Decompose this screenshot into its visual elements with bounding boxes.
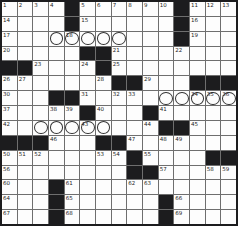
white-cell-r7c14[interactable]: 35	[206, 91, 221, 105]
white-cell-r10c13[interactable]	[190, 136, 205, 150]
white-cell-r1c2[interactable]: 2	[18, 2, 33, 16]
white-cell-r10c12[interactable]: 49	[174, 136, 189, 150]
clue-number: 24	[81, 61, 88, 67]
clue-number: 50	[3, 151, 10, 157]
white-cell-r9c2[interactable]	[18, 121, 33, 135]
white-cell-r3c14[interactable]	[206, 32, 221, 46]
white-cell-r6c7[interactable]: 28	[96, 76, 111, 90]
white-cell-r14c9[interactable]	[127, 195, 142, 209]
white-cell-r7c1[interactable]: 30	[2, 91, 17, 105]
white-cell-r1c3[interactable]: 3	[33, 2, 48, 16]
clue-number: 42	[3, 121, 10, 127]
white-cell-r9c13[interactable]: 45	[190, 121, 205, 135]
white-cell-r13c2[interactable]	[18, 180, 33, 194]
white-cell-r13c11[interactable]	[159, 180, 174, 194]
white-cell-r9c3[interactable]	[33, 121, 48, 135]
white-cell-r8c12[interactable]	[174, 106, 189, 120]
white-cell-r7c13[interactable]: 34	[190, 91, 205, 105]
white-cell-r4c10[interactable]	[143, 47, 158, 61]
black-cell-r1c12	[174, 2, 189, 16]
white-cell-r11c3[interactable]: 52	[33, 151, 48, 165]
black-cell-r11c14	[206, 151, 221, 165]
white-cell-r15c13[interactable]	[190, 210, 205, 224]
black-cell-r5c1	[2, 61, 17, 75]
white-cell-r5c12[interactable]	[174, 61, 189, 75]
white-cell-r2c4[interactable]	[49, 17, 64, 31]
white-cell-r13c13[interactable]	[190, 180, 205, 194]
white-cell-r9c15[interactable]	[221, 121, 236, 135]
clue-number: 49	[175, 136, 182, 142]
white-cell-r13c1[interactable]: 60	[2, 180, 17, 194]
white-cell-r8c4[interactable]: 38	[49, 106, 64, 120]
clue-number: 64	[3, 195, 10, 201]
circle-marker	[34, 121, 48, 134]
white-cell-r12c11[interactable]: 57	[159, 166, 174, 180]
black-cell-r12c9	[127, 166, 142, 180]
clue-number: 54	[113, 151, 120, 157]
white-cell-r7c6[interactable]: 31	[80, 91, 95, 105]
white-cell-r14c12[interactable]: 66	[174, 195, 189, 209]
white-cell-r11c6[interactable]	[80, 151, 95, 165]
clue-number: 13	[222, 2, 229, 8]
white-cell-r6c5[interactable]	[65, 76, 80, 90]
white-cell-r13c7[interactable]	[96, 180, 111, 194]
circle-marker	[175, 92, 189, 105]
white-cell-r2c13[interactable]: 16	[190, 17, 205, 31]
black-cell-r2c12	[174, 17, 189, 31]
white-cell-r6c2[interactable]: 27	[18, 76, 33, 90]
white-cell-r13c15[interactable]	[221, 180, 236, 194]
clue-number: 68	[66, 210, 73, 216]
white-cell-r2c11[interactable]	[159, 17, 174, 31]
white-cell-r5c14[interactable]	[206, 61, 221, 75]
black-cell-r4c7	[96, 47, 111, 61]
white-cell-r15c1[interactable]: 67	[2, 210, 17, 224]
black-cell-r15c11	[159, 210, 174, 224]
clue-number: 2	[19, 2, 23, 8]
white-cell-r2c15[interactable]	[221, 17, 236, 31]
white-cell-r13c6[interactable]	[80, 180, 95, 194]
white-cell-r9c9[interactable]	[127, 121, 142, 135]
white-cell-r8c7[interactable]: 40	[96, 106, 111, 120]
white-cell-r13c8[interactable]	[112, 180, 127, 194]
white-cell-r11c8[interactable]: 54	[112, 151, 127, 165]
clue-number: 28	[97, 76, 104, 82]
black-cell-r6c9	[127, 76, 142, 90]
black-cell-r11c9	[127, 151, 142, 165]
white-cell-r1c11[interactable]: 10	[159, 2, 174, 16]
clue-number: 35	[207, 91, 214, 97]
white-cell-r4c9[interactable]	[127, 47, 142, 61]
white-cell-r11c5[interactable]	[65, 151, 80, 165]
clue-number: 19	[191, 32, 198, 38]
white-cell-r9c4[interactable]	[49, 121, 64, 135]
white-cell-r6c10[interactable]: 29	[143, 76, 158, 90]
clue-number: 3	[34, 2, 38, 8]
clue-number: 41	[160, 106, 167, 112]
black-cell-r10c7	[96, 136, 111, 150]
black-cell-r9c12	[174, 121, 189, 135]
white-cell-r8c11[interactable]: 41	[159, 106, 174, 120]
white-cell-r9c7[interactable]	[96, 121, 111, 135]
clue-number: 20	[3, 47, 10, 53]
white-cell-r3c11[interactable]	[159, 32, 174, 46]
white-cell-r14c13[interactable]	[190, 195, 205, 209]
white-cell-r15c10[interactable]	[143, 210, 158, 224]
white-cell-r6c3[interactable]	[33, 76, 48, 90]
white-cell-r12c8[interactable]	[112, 166, 127, 180]
white-cell-r2c2[interactable]	[18, 17, 33, 31]
white-cell-r14c7[interactable]	[96, 195, 111, 209]
white-cell-r14c3[interactable]	[33, 195, 48, 209]
white-cell-r8c2[interactable]	[18, 106, 33, 120]
circle-marker	[97, 32, 111, 45]
white-cell-r15c9[interactable]	[127, 210, 142, 224]
white-cell-r11c1[interactable]: 50	[2, 151, 17, 165]
white-cell-r5c8[interactable]: 25	[112, 61, 127, 75]
black-cell-r12c10	[143, 166, 158, 180]
white-cell-r11c7[interactable]: 53	[96, 151, 111, 165]
black-cell-r2c5	[65, 17, 80, 31]
white-cell-r12c6[interactable]	[80, 166, 95, 180]
white-cell-r1c6[interactable]: 5	[80, 2, 95, 16]
white-cell-r8c3[interactable]	[33, 106, 48, 120]
white-cell-r4c14[interactable]	[206, 47, 221, 61]
white-cell-r3c5[interactable]: 18	[65, 32, 80, 46]
white-cell-r10c5[interactable]	[65, 136, 80, 150]
black-cell-r7c5	[65, 91, 80, 105]
white-cell-r4c12[interactable]: 22	[174, 47, 189, 61]
white-cell-r12c7[interactable]	[96, 166, 111, 180]
white-cell-r5c15[interactable]	[221, 61, 236, 75]
white-cell-r15c7[interactable]	[96, 210, 111, 224]
black-cell-r13c4	[49, 180, 64, 194]
clue-number: 16	[191, 17, 198, 23]
clue-number: 23	[34, 61, 41, 67]
white-cell-r10c6[interactable]	[80, 136, 95, 150]
white-cell-r7c9[interactable]: 33	[127, 91, 142, 105]
white-cell-r13c9[interactable]: 62	[127, 180, 142, 194]
white-cell-r11c13[interactable]	[190, 151, 205, 165]
white-cell-r13c14[interactable]	[206, 180, 221, 194]
white-cell-r5c6[interactable]: 24	[80, 61, 95, 75]
white-cell-r3c13[interactable]: 19	[190, 32, 205, 46]
black-cell-r6c15	[221, 76, 236, 90]
clue-number: 61	[66, 180, 73, 186]
black-cell-r4c6	[80, 47, 95, 61]
white-cell-r14c14[interactable]	[206, 195, 221, 209]
clue-number: 51	[19, 151, 26, 157]
white-cell-r5c10[interactable]	[143, 61, 158, 75]
white-cell-r7c7[interactable]	[96, 91, 111, 105]
clue-number: 22	[175, 47, 182, 53]
white-cell-r7c10[interactable]	[143, 91, 158, 105]
circle-marker	[112, 32, 126, 45]
white-cell-r1c14[interactable]: 12	[206, 2, 221, 16]
white-cell-r12c12[interactable]	[174, 166, 189, 180]
white-cell-r6c4[interactable]	[49, 76, 64, 90]
clue-number: 59	[222, 166, 229, 172]
white-cell-r12c1[interactable]: 56	[2, 166, 17, 180]
white-cell-r9c8[interactable]	[112, 121, 127, 135]
white-cell-r5c9[interactable]	[127, 61, 142, 75]
clue-number: 30	[3, 91, 10, 97]
white-cell-r11c2[interactable]: 51	[18, 151, 33, 165]
black-cell-r6c8	[112, 76, 127, 90]
white-cell-r15c8[interactable]	[112, 210, 127, 224]
clue-number: 66	[175, 195, 182, 201]
white-cell-r3c15[interactable]	[221, 32, 236, 46]
circle-marker	[65, 121, 79, 134]
white-cell-r14c1[interactable]: 64	[2, 195, 17, 209]
black-cell-r10c3	[33, 136, 48, 150]
white-cell-r5c4[interactable]	[49, 61, 64, 75]
white-cell-r14c10[interactable]	[143, 195, 158, 209]
white-cell-r1c10[interactable]: 9	[143, 2, 158, 16]
white-cell-r1c15[interactable]: 13	[221, 2, 236, 16]
circle-marker	[159, 92, 173, 105]
clue-number: 62	[128, 180, 135, 186]
white-cell-r2c14[interactable]	[206, 17, 221, 31]
clue-number: 4	[50, 2, 54, 8]
white-cell-r15c2[interactable]	[18, 210, 33, 224]
black-cell-r8c10	[143, 106, 158, 120]
clue-number: 8	[128, 2, 132, 8]
white-cell-r3c7[interactable]	[96, 32, 111, 46]
white-cell-r14c6[interactable]	[80, 195, 95, 209]
white-cell-r13c5[interactable]: 61	[65, 180, 80, 194]
white-cell-r4c8[interactable]: 21	[112, 47, 127, 61]
white-cell-r15c6[interactable]	[80, 210, 95, 224]
white-cell-r5c5[interactable]	[65, 61, 80, 75]
white-cell-r1c8[interactable]: 7	[112, 2, 127, 16]
white-cell-r2c3[interactable]	[33, 17, 48, 31]
white-cell-r12c14[interactable]: 58	[206, 166, 221, 180]
white-cell-r6c11[interactable]	[159, 76, 174, 90]
white-cell-r10c15[interactable]	[221, 136, 236, 150]
clue-number: 39	[66, 106, 73, 112]
white-cell-r14c15[interactable]	[221, 195, 236, 209]
white-cell-r8c9[interactable]	[127, 106, 142, 120]
white-cell-r4c11[interactable]	[159, 47, 174, 61]
clue-number: 47	[128, 136, 135, 142]
white-cell-r6c1[interactable]: 26	[2, 76, 17, 90]
white-cell-r6c6[interactable]	[80, 76, 95, 90]
white-cell-r4c2[interactable]	[18, 47, 33, 61]
white-cell-r9c10[interactable]: 44	[143, 121, 158, 135]
black-cell-r10c1	[2, 136, 17, 150]
white-cell-r13c3[interactable]	[33, 180, 48, 194]
white-cell-r8c14[interactable]	[206, 106, 221, 120]
white-cell-r1c1[interactable]: 1	[2, 2, 17, 16]
clue-number: 37	[3, 106, 10, 112]
clue-number: 55	[144, 151, 151, 157]
white-cell-r12c5[interactable]	[65, 166, 80, 180]
white-cell-r2c8[interactable]	[112, 17, 127, 31]
white-cell-r15c5[interactable]: 68	[65, 210, 80, 224]
black-cell-r8c6	[80, 106, 95, 120]
circle-marker	[50, 32, 64, 45]
white-cell-r3c4[interactable]	[49, 32, 64, 46]
white-cell-r15c15[interactable]	[221, 210, 236, 224]
clue-number: 56	[3, 166, 10, 172]
black-cell-r5c7	[96, 61, 111, 75]
clue-number: 21	[113, 47, 120, 53]
white-cell-r2c9[interactable]	[127, 17, 142, 31]
white-cell-r8c8[interactable]	[112, 106, 127, 120]
clue-number: 18	[66, 32, 73, 38]
white-cell-r1c7[interactable]: 6	[96, 2, 111, 16]
white-cell-r7c2[interactable]	[18, 91, 33, 105]
clue-number: 38	[50, 106, 57, 112]
clue-number: 6	[97, 2, 101, 8]
white-cell-r3c10[interactable]	[143, 32, 158, 46]
white-cell-r10c4[interactable]: 46	[49, 136, 64, 150]
white-cell-r12c3[interactable]	[33, 166, 48, 180]
white-cell-r15c12[interactable]: 69	[174, 210, 189, 224]
white-cell-r14c8[interactable]	[112, 195, 127, 209]
white-cell-r12c15[interactable]: 59	[221, 166, 236, 180]
white-cell-r10c14[interactable]	[206, 136, 221, 150]
black-cell-r7c4	[49, 91, 64, 105]
white-cell-r4c4[interactable]	[49, 47, 64, 61]
white-cell-r9c6[interactable]: 43	[80, 121, 95, 135]
clue-number: 36	[222, 91, 229, 97]
white-cell-r14c5[interactable]: 65	[65, 195, 80, 209]
white-cell-r5c11[interactable]	[159, 61, 174, 75]
white-cell-r9c5[interactable]	[65, 121, 80, 135]
white-cell-r3c3[interactable]	[33, 32, 48, 46]
clue-number: 12	[207, 2, 214, 8]
black-cell-r15c4	[49, 210, 64, 224]
clue-number: 29	[144, 76, 151, 82]
white-cell-r5c13[interactable]	[190, 61, 205, 75]
white-cell-r3c9[interactable]	[127, 32, 142, 46]
white-cell-r1c4[interactable]: 4	[49, 2, 64, 16]
white-cell-r3c8[interactable]	[112, 32, 127, 46]
crossword-grid: 1234567891011121314151617181920212223242…	[0, 0, 238, 226]
circle-marker	[81, 32, 95, 45]
white-cell-r10c11[interactable]: 48	[159, 136, 174, 150]
clue-number: 43	[81, 121, 88, 127]
clue-number: 15	[81, 17, 88, 23]
white-cell-r4c3[interactable]	[33, 47, 48, 61]
white-cell-r2c7[interactable]	[96, 17, 111, 31]
clue-number: 32	[113, 91, 120, 97]
clue-number: 33	[128, 91, 135, 97]
white-cell-r11c10[interactable]: 55	[143, 151, 158, 165]
clue-number: 27	[19, 76, 26, 82]
clue-number: 63	[144, 180, 151, 186]
white-cell-r13c10[interactable]: 63	[143, 180, 158, 194]
white-cell-r7c11[interactable]	[159, 91, 174, 105]
clue-number: 34	[191, 91, 198, 97]
circle-marker	[50, 121, 64, 134]
white-cell-r2c10[interactable]	[143, 17, 158, 31]
clue-number: 48	[160, 136, 167, 142]
clue-number: 45	[191, 121, 198, 127]
white-cell-r14c2[interactable]	[18, 195, 33, 209]
clue-number: 10	[160, 2, 167, 8]
white-cell-r3c6[interactable]	[80, 32, 95, 46]
clue-number: 67	[3, 210, 10, 216]
white-cell-r5c3[interactable]: 23	[33, 61, 48, 75]
white-cell-r8c15[interactable]	[221, 106, 236, 120]
white-cell-r2c6[interactable]: 15	[80, 17, 95, 31]
clue-number: 9	[144, 2, 148, 8]
clue-number: 40	[97, 106, 104, 112]
black-cell-r14c4	[49, 195, 64, 209]
clue-number: 17	[3, 32, 10, 38]
clue-number: 53	[97, 151, 104, 157]
white-cell-r3c2[interactable]	[18, 32, 33, 46]
white-cell-r12c13[interactable]	[190, 166, 205, 180]
black-cell-r6c13	[190, 76, 205, 90]
white-cell-r4c1[interactable]: 20	[2, 47, 17, 61]
white-cell-r11c11[interactable]	[159, 151, 174, 165]
white-cell-r7c15[interactable]: 36	[221, 91, 236, 105]
white-cell-r2c1[interactable]: 14	[2, 17, 17, 31]
white-cell-r4c13[interactable]	[190, 47, 205, 61]
white-cell-r13c12[interactable]	[174, 180, 189, 194]
white-cell-r1c9[interactable]: 8	[127, 2, 142, 16]
black-cell-r14c11	[159, 195, 174, 209]
white-cell-r10c10[interactable]	[143, 136, 158, 150]
clue-number: 57	[160, 166, 167, 172]
white-cell-r8c1[interactable]: 37	[2, 106, 17, 120]
white-cell-r12c4[interactable]	[49, 166, 64, 180]
clue-number: 44	[144, 121, 151, 127]
clue-number: 60	[3, 180, 10, 186]
white-cell-r8c5[interactable]: 39	[65, 106, 80, 120]
clue-number: 5	[81, 2, 85, 8]
white-cell-r6c12[interactable]	[174, 76, 189, 90]
white-cell-r11c12[interactable]	[174, 151, 189, 165]
black-cell-r11c15	[221, 151, 236, 165]
black-cell-r3c12	[174, 32, 189, 46]
black-cell-r10c2	[18, 136, 33, 150]
white-cell-r4c15[interactable]	[221, 47, 236, 61]
clue-number: 25	[113, 61, 120, 67]
black-cell-r10c8	[112, 136, 127, 150]
white-cell-r10c9[interactable]: 47	[127, 136, 142, 150]
black-cell-r1c5	[65, 2, 80, 16]
white-cell-r7c8[interactable]: 32	[112, 91, 127, 105]
clue-number: 26	[3, 76, 10, 82]
white-cell-r7c3[interactable]	[33, 91, 48, 105]
white-cell-r12c2[interactable]	[18, 166, 33, 180]
white-cell-r9c14[interactable]	[206, 121, 221, 135]
white-cell-r3c1[interactable]: 17	[2, 32, 17, 46]
white-cell-r7c12[interactable]	[174, 91, 189, 105]
clue-number: 52	[34, 151, 41, 157]
circle-marker	[97, 121, 111, 134]
clue-number: 7	[113, 2, 117, 8]
white-cell-r1c13[interactable]: 11	[190, 2, 205, 16]
black-cell-r5c2	[18, 61, 33, 75]
white-cell-r8c13[interactable]	[190, 106, 205, 120]
clue-number: 69	[175, 210, 182, 216]
clue-number: 65	[66, 195, 73, 201]
white-cell-r11c4[interactable]	[49, 151, 64, 165]
clue-number: 14	[3, 17, 10, 23]
white-cell-r15c14[interactable]	[206, 210, 221, 224]
black-cell-r6c14	[206, 76, 221, 90]
white-cell-r4c5[interactable]	[65, 47, 80, 61]
white-cell-r15c3[interactable]	[33, 210, 48, 224]
black-cell-r9c11	[159, 121, 174, 135]
white-cell-r9c1[interactable]: 42	[2, 121, 17, 135]
